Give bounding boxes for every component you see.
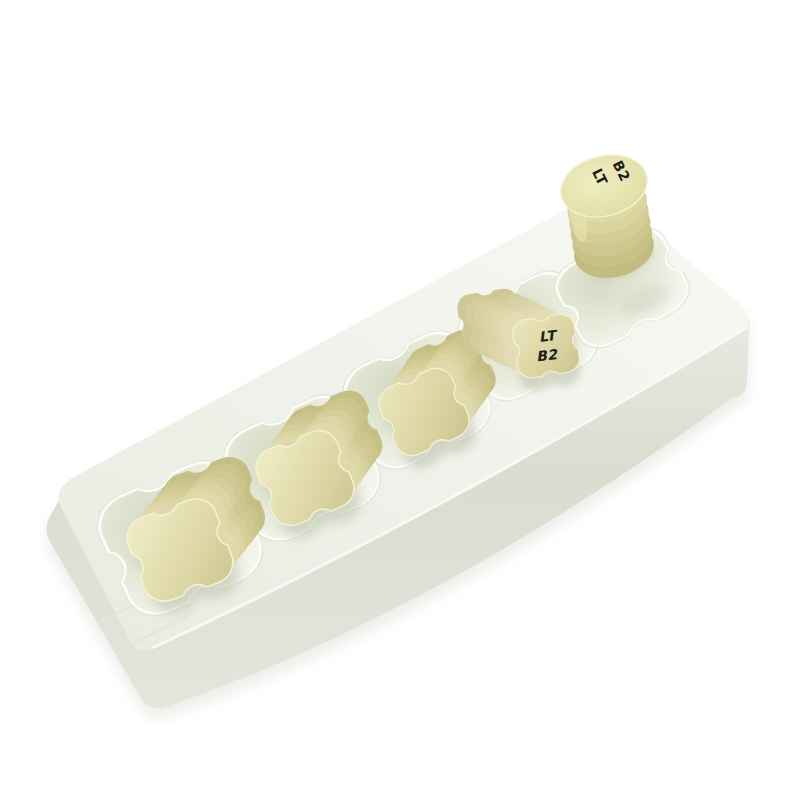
block-4-label-line2: B2 <box>535 346 559 365</box>
photo-stage: LT B2 LT B2 <box>0 0 800 800</box>
block-4-face <box>511 312 582 380</box>
scene-photo: LT B2 LT B2 <box>0 0 800 800</box>
